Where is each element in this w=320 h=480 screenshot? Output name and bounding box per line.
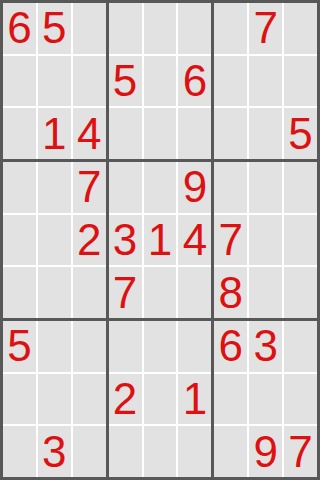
cell-r3c2[interactable]: 1 — [38, 108, 71, 159]
cell-r6c9[interactable] — [284, 267, 317, 318]
cell-r7c2[interactable] — [38, 321, 71, 372]
cell-r2c4[interactable]: 5 — [109, 56, 142, 107]
cell-r7c6[interactable] — [178, 321, 211, 372]
cell-r7c1[interactable]: 5 — [3, 321, 36, 372]
cell-r5c4[interactable]: 3 — [109, 215, 142, 266]
cell-r3c7[interactable] — [214, 108, 247, 159]
cell-r8c1[interactable] — [3, 374, 36, 425]
cell-r8c4[interactable]: 2 — [109, 374, 142, 425]
given-digit: 5 — [42, 6, 66, 50]
given-digit: 7 — [253, 6, 277, 50]
block-3-1: 53 — [3, 321, 106, 477]
given-digit: 8 — [219, 271, 243, 315]
cell-r3c5[interactable] — [144, 108, 177, 159]
cell-r5c9[interactable] — [284, 215, 317, 266]
given-digit: 5 — [288, 112, 312, 156]
cell-r3c8[interactable] — [249, 108, 282, 159]
cell-r8c8[interactable] — [249, 374, 282, 425]
cell-r9c2[interactable]: 3 — [38, 426, 71, 477]
cell-r4c4[interactable] — [109, 162, 142, 213]
cell-r7c3[interactable] — [73, 321, 106, 372]
block-2-2: 93147 — [109, 162, 212, 318]
cell-r6c1[interactable] — [3, 267, 36, 318]
cell-r9c8[interactable]: 9 — [249, 426, 282, 477]
cell-r4c9[interactable] — [284, 162, 317, 213]
cell-r1c7[interactable] — [214, 3, 247, 54]
cell-r2c2[interactable] — [38, 56, 71, 107]
cell-r9c9[interactable]: 7 — [284, 426, 317, 477]
cell-r4c2[interactable] — [38, 162, 71, 213]
cell-r9c7[interactable] — [214, 426, 247, 477]
block-2-1: 72 — [3, 162, 106, 318]
cell-r8c9[interactable] — [284, 374, 317, 425]
cell-r5c7[interactable]: 7 — [214, 215, 247, 266]
cell-r2c7[interactable] — [214, 56, 247, 107]
cell-r6c8[interactable] — [249, 267, 282, 318]
cell-r2c9[interactable] — [284, 56, 317, 107]
cell-r9c5[interactable] — [144, 426, 177, 477]
block-1-3: 75 — [214, 3, 317, 159]
given-digit: 7 — [77, 165, 101, 209]
block-1-1: 6514 — [3, 3, 106, 159]
given-digit: 1 — [148, 218, 172, 262]
cell-r2c5[interactable] — [144, 56, 177, 107]
cell-r7c8[interactable]: 3 — [249, 321, 282, 372]
cell-r6c3[interactable] — [73, 267, 106, 318]
cell-r9c3[interactable] — [73, 426, 106, 477]
given-digit: 4 — [77, 112, 101, 156]
given-digit: 7 — [219, 218, 243, 262]
cell-r5c1[interactable] — [3, 215, 36, 266]
cell-r3c1[interactable] — [3, 108, 36, 159]
given-digit: 7 — [288, 430, 312, 474]
given-digit: 3 — [42, 430, 66, 474]
block-2-3: 78 — [214, 162, 317, 318]
cell-r8c2[interactable] — [38, 374, 71, 425]
given-digit: 1 — [183, 377, 207, 421]
cell-r7c9[interactable] — [284, 321, 317, 372]
given-digit: 1 — [42, 112, 66, 156]
cell-r5c5[interactable]: 1 — [144, 215, 177, 266]
cell-r6c7[interactable]: 8 — [214, 267, 247, 318]
cell-r6c6[interactable] — [178, 267, 211, 318]
cell-r8c7[interactable] — [214, 374, 247, 425]
cell-r9c4[interactable] — [109, 426, 142, 477]
cell-r1c1[interactable]: 6 — [3, 3, 36, 54]
cell-r5c6[interactable]: 4 — [178, 215, 211, 266]
cell-r4c1[interactable] — [3, 162, 36, 213]
given-digit: 6 — [219, 324, 243, 368]
cell-r4c7[interactable] — [214, 162, 247, 213]
cell-r2c6[interactable]: 6 — [178, 56, 211, 107]
given-digit: 4 — [183, 218, 207, 262]
cell-r1c5[interactable] — [144, 3, 177, 54]
cell-r5c3[interactable]: 2 — [73, 215, 106, 266]
cell-r2c1[interactable] — [3, 56, 36, 107]
cell-r3c6[interactable] — [178, 108, 211, 159]
cell-r8c6[interactable]: 1 — [178, 374, 211, 425]
cell-r1c8[interactable]: 7 — [249, 3, 282, 54]
cell-r5c8[interactable] — [249, 215, 282, 266]
cell-r2c3[interactable] — [73, 56, 106, 107]
given-digit: 2 — [113, 377, 137, 421]
given-digit: 6 — [183, 59, 207, 103]
given-digit: 9 — [253, 430, 277, 474]
cell-r6c4[interactable]: 7 — [109, 267, 142, 318]
given-digit: 3 — [253, 324, 277, 368]
given-digit: 3 — [113, 218, 137, 262]
cell-r9c6[interactable] — [178, 426, 211, 477]
given-digit: 6 — [7, 6, 31, 50]
cell-r9c1[interactable] — [3, 426, 36, 477]
block-3-2: 21 — [109, 321, 212, 477]
given-digit: 5 — [113, 59, 137, 103]
sudoku-board: 6514567572931477853216397 — [0, 0, 320, 480]
cell-r8c3[interactable] — [73, 374, 106, 425]
cell-r7c7[interactable]: 6 — [214, 321, 247, 372]
cell-r7c4[interactable] — [109, 321, 142, 372]
cell-r1c2[interactable]: 5 — [38, 3, 71, 54]
cell-r1c3[interactable] — [73, 3, 106, 54]
block-3-3: 6397 — [214, 321, 317, 477]
cell-r4c5[interactable] — [144, 162, 177, 213]
block-1-2: 56 — [109, 3, 212, 159]
given-digit: 9 — [183, 165, 207, 209]
cell-r8c5[interactable] — [144, 374, 177, 425]
cell-r3c9[interactable]: 5 — [284, 108, 317, 159]
cell-r1c6[interactable] — [178, 3, 211, 54]
cell-r5c2[interactable] — [38, 215, 71, 266]
cell-r6c2[interactable] — [38, 267, 71, 318]
given-digit: 5 — [7, 324, 31, 368]
cell-r7c5[interactable] — [144, 321, 177, 372]
cell-r4c6[interactable]: 9 — [178, 162, 211, 213]
given-digit: 2 — [77, 218, 101, 262]
cell-r1c9[interactable] — [284, 3, 317, 54]
cell-r4c8[interactable] — [249, 162, 282, 213]
cell-r6c5[interactable] — [144, 267, 177, 318]
cell-r4c3[interactable]: 7 — [73, 162, 106, 213]
cell-r1c4[interactable] — [109, 3, 142, 54]
cell-r3c3[interactable]: 4 — [73, 108, 106, 159]
cell-r3c4[interactable] — [109, 108, 142, 159]
cell-r2c8[interactable] — [249, 56, 282, 107]
given-digit: 7 — [113, 271, 137, 315]
